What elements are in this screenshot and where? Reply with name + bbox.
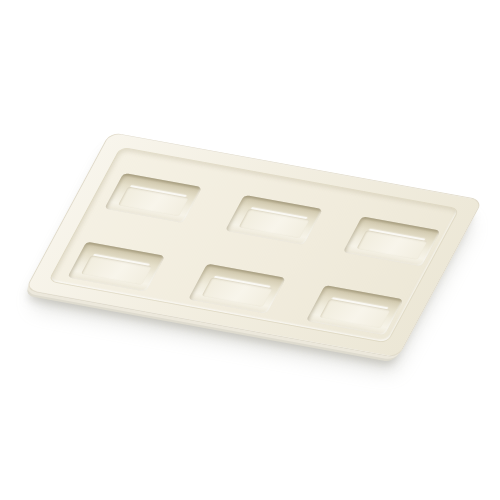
product-photo: [0, 0, 500, 500]
tray-inner-panel: [48, 147, 460, 344]
well-grid: [121, 148, 459, 210]
well-r2c1: [67, 242, 165, 292]
well-r2c3: [306, 285, 404, 335]
well-r2c2: [188, 264, 286, 314]
tray-perspective-wrap: [25, 132, 483, 358]
well-r1c2: [225, 195, 323, 245]
well-r1c1: [104, 173, 202, 223]
tray: [25, 132, 483, 358]
well-r1c3: [343, 216, 441, 266]
